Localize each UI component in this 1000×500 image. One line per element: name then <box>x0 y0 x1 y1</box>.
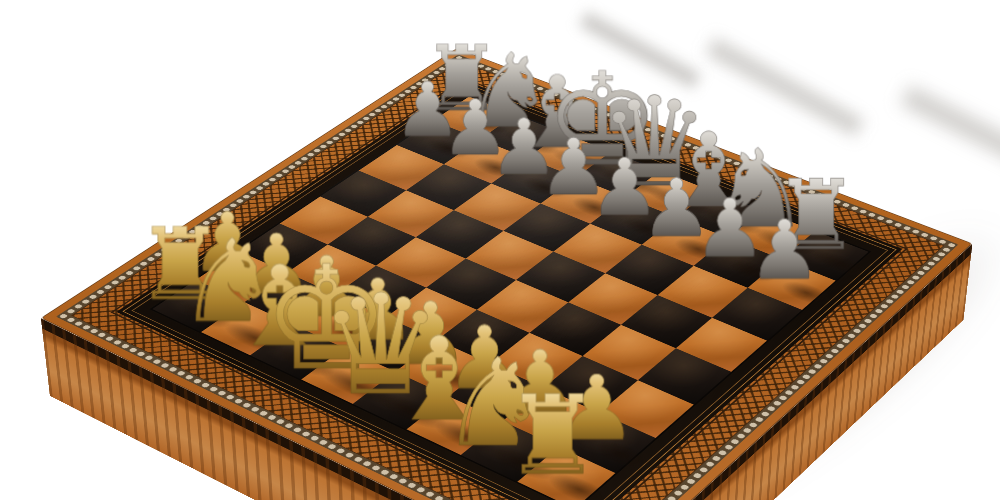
white-rook: ♜ <box>472 381 634 490</box>
black-pawn: ♟ <box>711 210 858 292</box>
chessboard-case: ♜♞♝♚♛♝♞♜♟♟♟♟♟♟♟♟♟♟♟♟♟♟♟♟♜♞♝♚♛♝♞♜ <box>41 48 973 500</box>
product-photo-stage: ♜♞♝♚♛♝♞♜♟♟♟♟♟♟♟♟♟♟♟♟♟♟♟♟♜♞♝♚♛♝♞♜ <box>0 0 1000 500</box>
scene-3d: ♜♞♝♚♛♝♞♜♟♟♟♟♟♟♟♟♟♟♟♟♟♟♟♟♜♞♝♚♛♝♞♜ <box>0 0 1000 500</box>
